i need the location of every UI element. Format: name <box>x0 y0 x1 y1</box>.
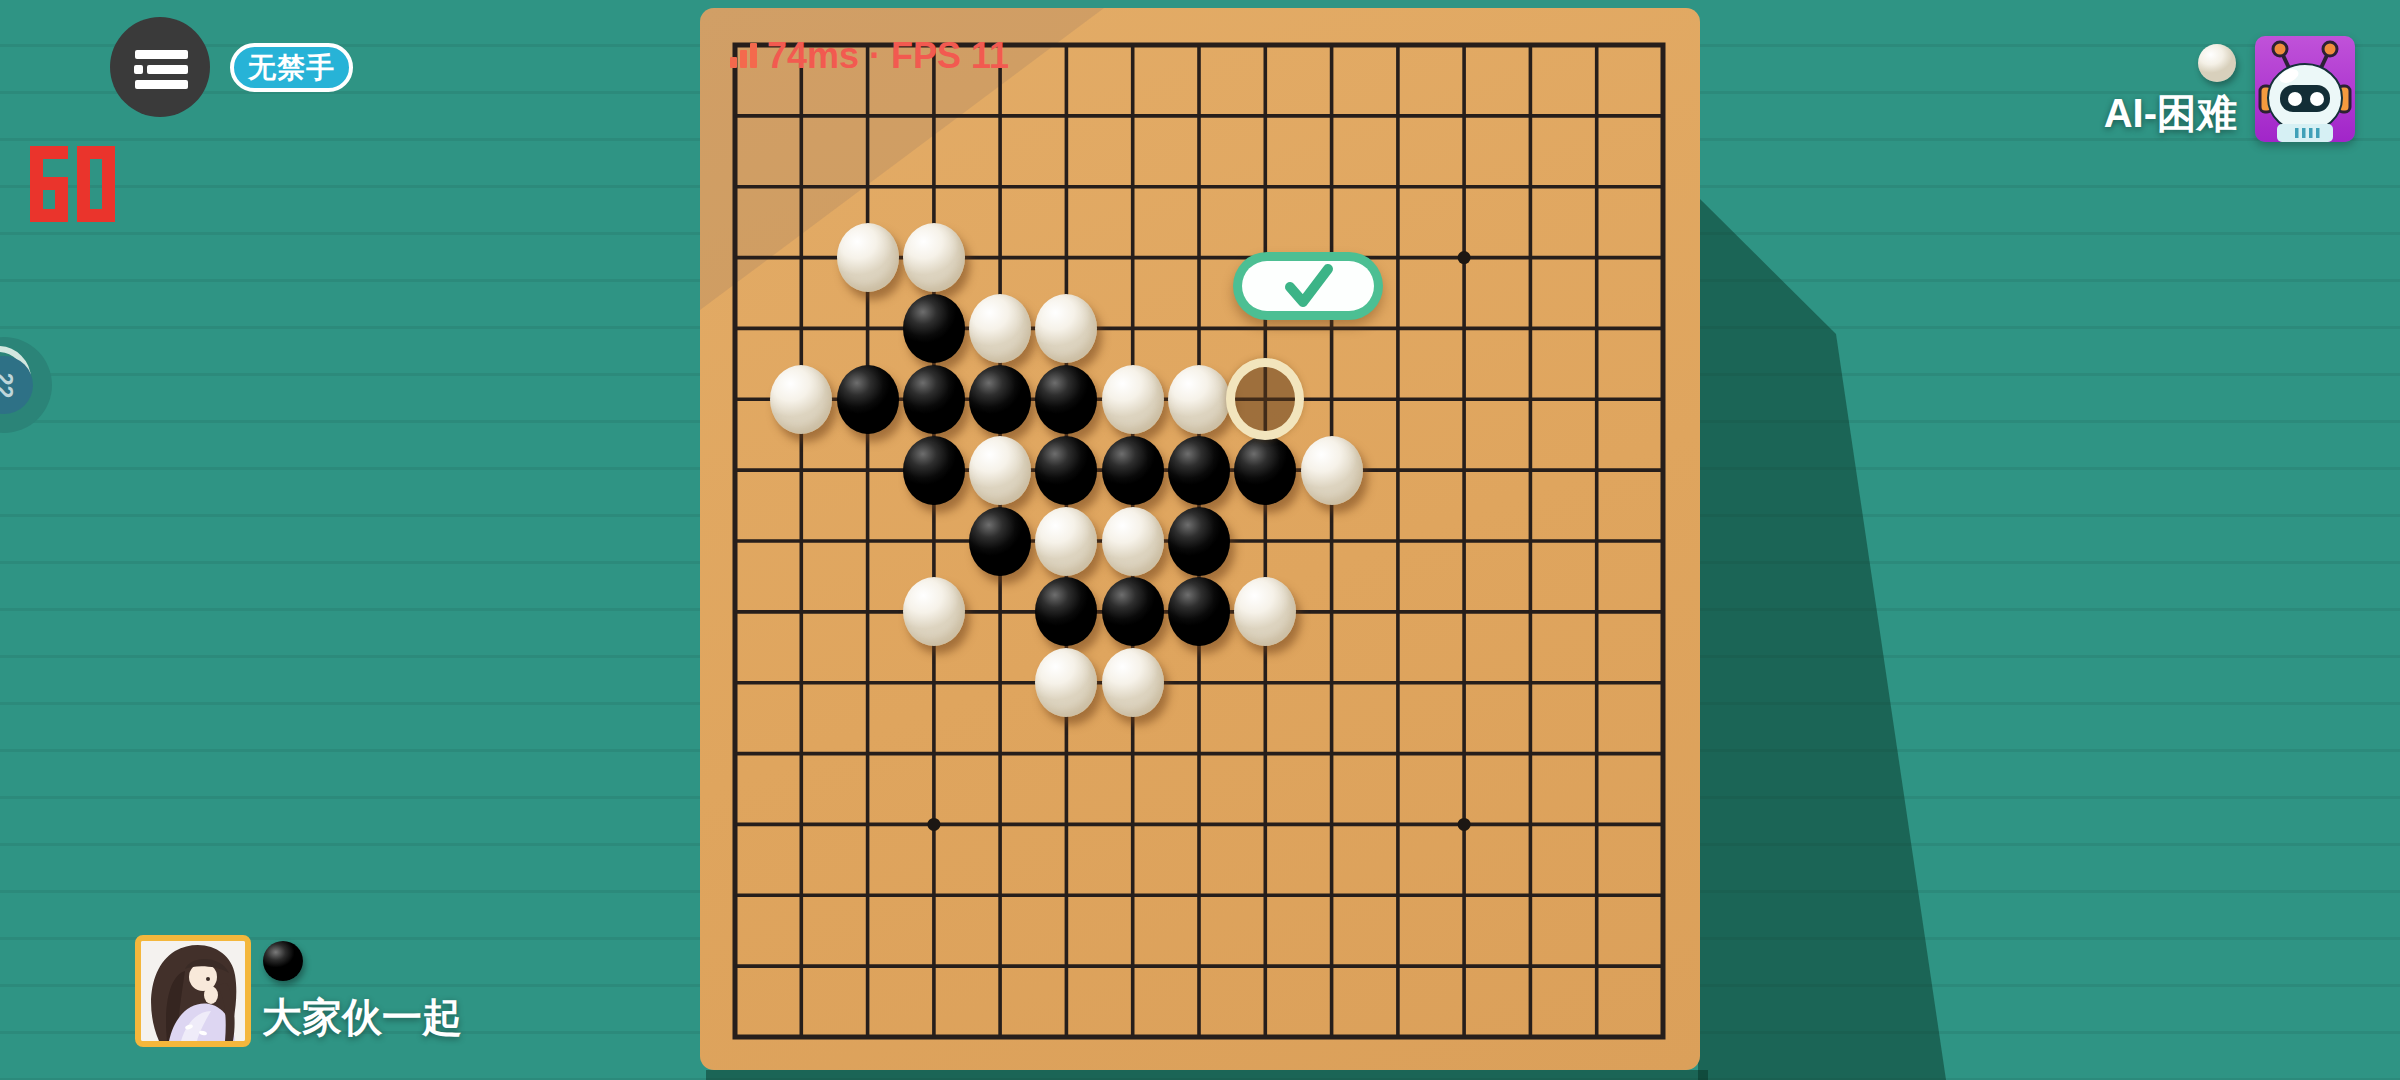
white-stone <box>770 365 832 434</box>
board-bottom-shadow <box>706 1070 1708 1080</box>
black-stone <box>903 294 965 363</box>
ai-difficulty-label: AI-困难 <box>2104 86 2237 141</box>
confirm-inner <box>1242 261 1374 311</box>
white-stone <box>1035 507 1097 576</box>
black-stone <box>969 365 1031 434</box>
black-stone <box>1102 577 1164 646</box>
white-stone <box>969 436 1031 505</box>
pending-move-marker[interactable] <box>1226 358 1304 440</box>
black-stone <box>1102 436 1164 505</box>
white-stone <box>837 223 899 292</box>
white-stone <box>1102 507 1164 576</box>
player-avatar[interactable] <box>135 935 251 1047</box>
black-stone <box>1035 577 1097 646</box>
gomoku-board[interactable]: 74ms · FPS 11 <box>700 8 1700 1070</box>
performance-text: 74ms · FPS 11 <box>767 38 1009 74</box>
white-stone <box>1168 365 1230 434</box>
timer-digit <box>77 146 115 222</box>
anime-girl-avatar <box>141 941 245 1041</box>
black-stone <box>1168 577 1230 646</box>
hamburger-menu-icon <box>135 50 188 59</box>
menu-button[interactable] <box>110 17 210 117</box>
timer-digit <box>30 146 68 222</box>
black-stone <box>903 436 965 505</box>
stones-layer <box>700 8 1700 1070</box>
side-widget-label: 22 <box>0 372 18 398</box>
ai-avatar[interactable] <box>2255 36 2355 142</box>
black-stone <box>1168 436 1230 505</box>
black-stone <box>1035 436 1097 505</box>
ai-stone-indicator-white <box>2198 44 2236 82</box>
player-name: 大家伙一起 <box>262 990 462 1045</box>
countdown-timer <box>30 146 115 222</box>
black-stone <box>837 365 899 434</box>
player-stone-indicator-black <box>263 941 303 981</box>
signal-bars-icon <box>730 43 757 74</box>
black-stone <box>1035 365 1097 434</box>
white-stone <box>903 223 965 292</box>
confirm-move-button[interactable] <box>1233 252 1383 320</box>
black-stone <box>1234 436 1296 505</box>
white-stone <box>1234 577 1296 646</box>
white-stone <box>903 577 965 646</box>
white-stone <box>1035 648 1097 717</box>
black-stone <box>1168 507 1230 576</box>
black-stone <box>903 365 965 434</box>
white-stone <box>1102 648 1164 717</box>
black-stone <box>969 507 1031 576</box>
game-screen: 74ms · FPS 11 无禁手 22 <box>0 0 2400 1080</box>
white-stone <box>1102 365 1164 434</box>
robot-avatar <box>2255 36 2355 142</box>
white-stone <box>969 294 1031 363</box>
performance-overlay: 74ms · FPS 11 <box>730 38 1009 74</box>
white-stone <box>1301 436 1363 505</box>
rule-badge: 无禁手 <box>230 43 353 92</box>
checkmark-icon <box>1278 261 1338 311</box>
white-stone <box>1035 294 1097 363</box>
